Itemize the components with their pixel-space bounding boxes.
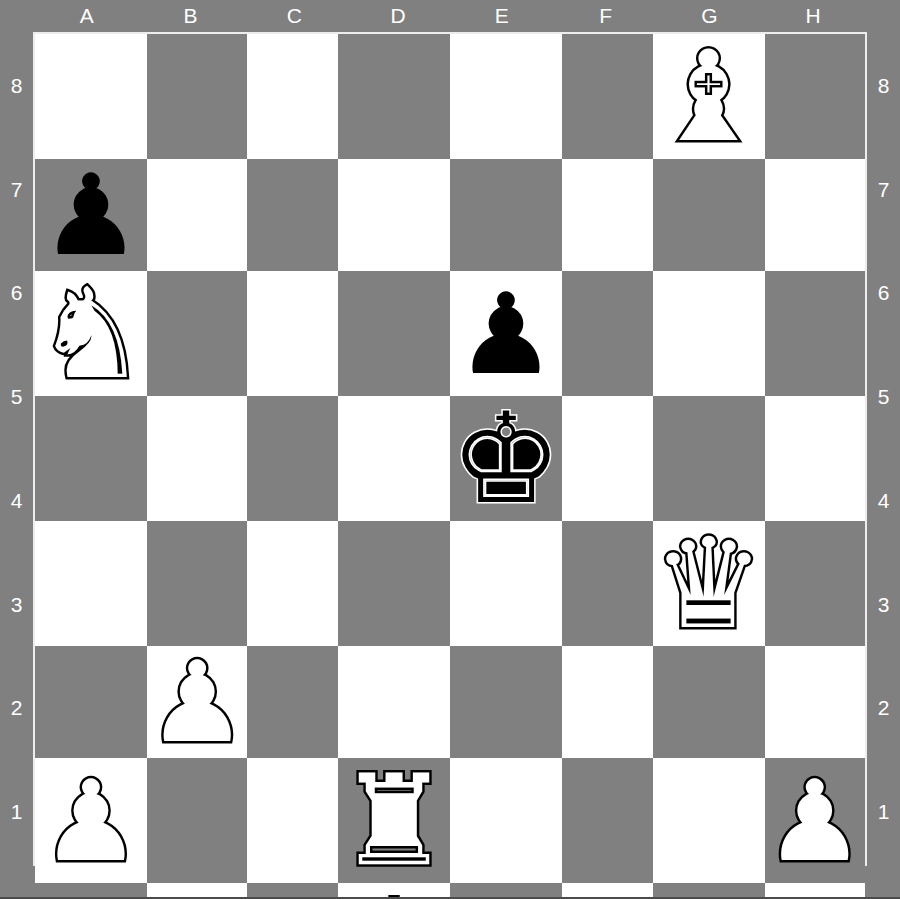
rank-label-8: 8	[868, 34, 899, 138]
square-a7[interactable]: ♟	[35, 159, 147, 271]
square-f7[interactable]	[562, 159, 652, 271]
square-g4[interactable]: ♛	[653, 521, 765, 646]
square-a5[interactable]	[35, 396, 147, 521]
square-a6[interactable]: ♞	[35, 271, 147, 396]
rank-label-7: 7	[868, 138, 899, 242]
square-b8[interactable]	[147, 34, 247, 159]
square-b5[interactable]	[147, 396, 247, 521]
piece-white-pawn-b3[interactable]: ♟	[147, 646, 247, 758]
rank-label-5: 5	[0, 345, 33, 449]
piece-black-pawn-e6[interactable]: ♟	[456, 278, 556, 390]
square-h7[interactable]	[765, 159, 865, 271]
square-c7[interactable]	[247, 159, 337, 271]
board: ♝♟♞♟♚♛♟♟♜♟♚	[33, 32, 867, 866]
file-label-e: E	[450, 0, 554, 31]
square-d7[interactable]	[338, 159, 450, 271]
square-f8[interactable]	[562, 34, 652, 159]
rank-label-1: 1	[868, 760, 899, 864]
square-d8[interactable]	[338, 34, 450, 159]
piece-white-pawn-a2[interactable]: ♟	[41, 765, 141, 877]
square-f3[interactable]	[562, 646, 652, 758]
square-e5[interactable]: ♚	[450, 396, 562, 521]
square-g3[interactable]	[653, 646, 765, 758]
piece-black-king-e5[interactable]: ♚	[450, 396, 562, 521]
square-d2[interactable]: ♜	[338, 758, 450, 883]
square-b4[interactable]	[147, 521, 247, 646]
square-f2[interactable]	[562, 758, 652, 883]
file-label-b: B	[139, 0, 243, 31]
square-h3[interactable]	[765, 646, 865, 758]
square-g5[interactable]	[653, 396, 765, 521]
square-f5[interactable]	[562, 396, 652, 521]
square-g2[interactable]	[653, 758, 765, 883]
square-h8[interactable]	[765, 34, 865, 159]
square-f4[interactable]	[562, 521, 652, 646]
square-a4[interactable]	[35, 521, 147, 646]
square-e3[interactable]	[450, 646, 562, 758]
square-h6[interactable]	[765, 271, 865, 396]
rank-label-4: 4	[868, 449, 899, 553]
square-a2[interactable]: ♟	[35, 758, 147, 883]
square-h5[interactable]	[765, 396, 865, 521]
piece-white-pawn-h2[interactable]: ♟	[765, 765, 865, 877]
rank-label-6: 6	[0, 242, 33, 346]
square-e8[interactable]	[450, 34, 562, 159]
rank-label-5: 5	[868, 345, 899, 449]
piece-white-bishop-g8[interactable]: ♝	[653, 34, 765, 159]
file-label-f: F	[554, 0, 658, 31]
square-d6[interactable]	[338, 271, 450, 396]
rank-label-2: 2	[0, 657, 33, 761]
square-e2[interactable]	[450, 758, 562, 883]
square-e4[interactable]	[450, 521, 562, 646]
rank-label-4: 4	[0, 449, 33, 553]
square-a3[interactable]	[35, 646, 147, 758]
file-label-a: A	[35, 0, 139, 31]
square-f6[interactable]	[562, 271, 652, 396]
square-c3[interactable]	[247, 646, 337, 758]
square-c4[interactable]	[247, 521, 337, 646]
rank-label-8: 8	[0, 34, 33, 138]
rank-label-3: 3	[868, 553, 899, 657]
chess-board-frame: ABCDEFGH ABCDEFGH 87654321 87654321 ♝♟♞♟…	[0, 0, 900, 899]
piece-white-rook-d2[interactable]: ♜	[338, 758, 450, 883]
square-h4[interactable]	[765, 521, 865, 646]
rank-label-1: 1	[0, 760, 33, 864]
rank-label-6: 6	[868, 242, 899, 346]
piece-white-knight-a6[interactable]: ♞	[35, 271, 147, 396]
square-b7[interactable]	[147, 159, 247, 271]
square-h2[interactable]: ♟	[765, 758, 865, 883]
rank-label-3: 3	[0, 553, 33, 657]
rank-label-7: 7	[0, 138, 33, 242]
rank-label-2: 2	[868, 657, 899, 761]
piece-black-pawn-a7[interactable]: ♟	[41, 159, 141, 271]
square-d4[interactable]	[338, 521, 450, 646]
square-b3[interactable]: ♟	[147, 646, 247, 758]
square-g8[interactable]: ♝	[653, 34, 765, 159]
square-d5[interactable]	[338, 396, 450, 521]
square-b6[interactable]	[147, 271, 247, 396]
piece-white-queen-g4[interactable]: ♛	[653, 521, 765, 646]
square-a8[interactable]	[35, 34, 147, 159]
square-e6[interactable]: ♟	[450, 271, 562, 396]
rank-labels-left: 87654321	[0, 34, 33, 864]
square-c8[interactable]	[247, 34, 337, 159]
square-e7[interactable]	[450, 159, 562, 271]
file-label-d: D	[346, 0, 450, 31]
square-c5[interactable]	[247, 396, 337, 521]
square-g6[interactable]	[653, 271, 765, 396]
rank-labels-right: 87654321	[868, 34, 899, 864]
file-label-h: H	[761, 0, 865, 31]
file-label-c: C	[243, 0, 347, 31]
square-d3[interactable]	[338, 646, 450, 758]
square-b2[interactable]	[147, 758, 247, 883]
square-c2[interactable]	[247, 758, 337, 883]
square-g7[interactable]	[653, 159, 765, 271]
square-c6[interactable]	[247, 271, 337, 396]
